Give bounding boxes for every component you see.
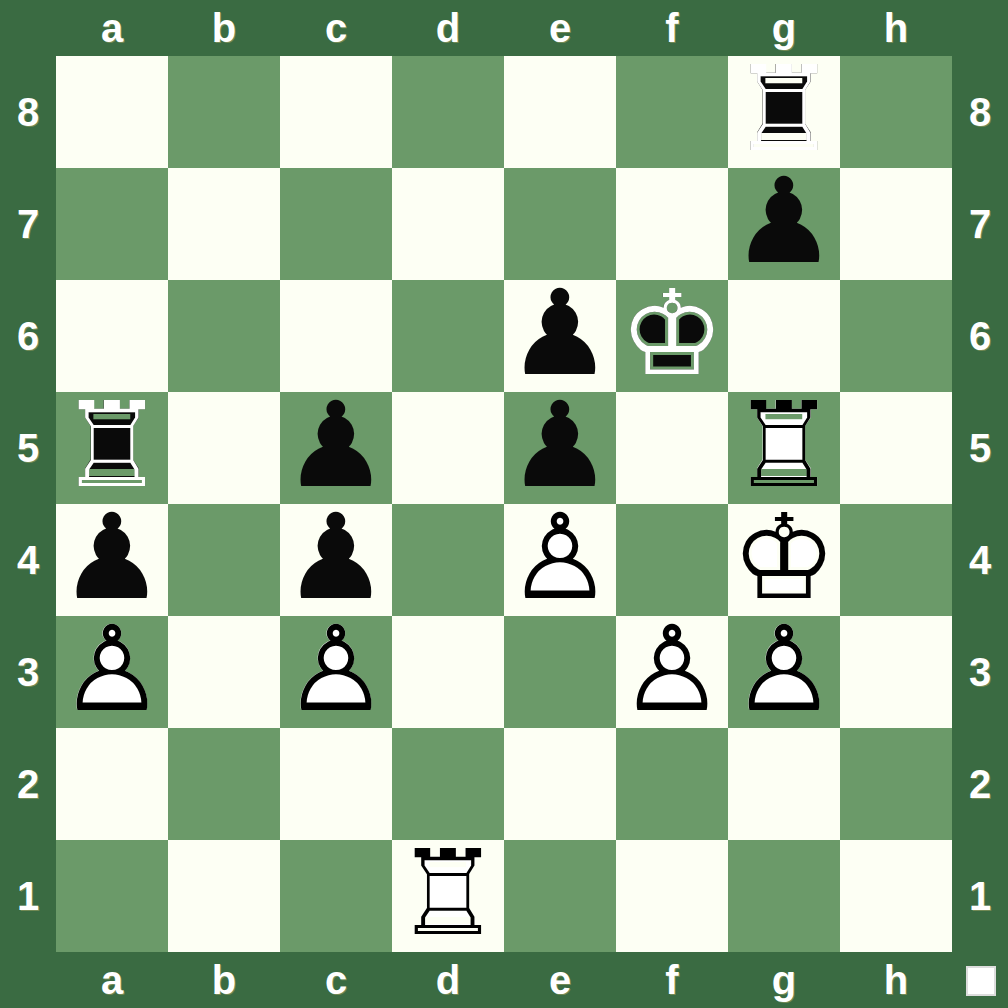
square-a1[interactable]	[56, 840, 168, 952]
file-label-e-top: e	[504, 0, 616, 56]
white-pawn-outline-glyph: ♙	[728, 613, 840, 725]
piece-white-king[interactable]: ♚♔	[728, 501, 840, 613]
board-frame: ♜♖♟♟♚♔♜♖♟♟♜♖♟♟♟♙♚♔♟♙♟♙♟♙♟♙♜♖ aabbccddeef…	[0, 0, 1008, 1008]
square-e1[interactable]	[504, 840, 616, 952]
file-label-c-bottom: c	[280, 952, 392, 1008]
rank-label-1-left: 1	[0, 840, 56, 952]
square-f8[interactable]	[616, 56, 728, 168]
black-rook-outline-glyph: ♖	[56, 389, 168, 501]
piece-white-pawn[interactable]: ♟♙	[504, 501, 616, 613]
rank-label-4-left: 4	[0, 504, 56, 616]
file-label-a-bottom: a	[56, 952, 168, 1008]
square-a2[interactable]	[56, 728, 168, 840]
rank-label-8-left: 8	[0, 56, 56, 168]
square-f6[interactable]: ♚♔	[616, 280, 728, 392]
rank-label-4-right: 4	[952, 504, 1008, 616]
square-a7[interactable]	[56, 168, 168, 280]
file-label-g-top: g	[728, 0, 840, 56]
square-d3[interactable]	[392, 616, 504, 728]
square-e3[interactable]	[504, 616, 616, 728]
square-c1[interactable]	[280, 840, 392, 952]
black-rook-outline-glyph: ♖	[728, 53, 840, 165]
black-pawn-fill-glyph: ♟	[280, 501, 392, 613]
piece-black-pawn[interactable]: ♟	[280, 501, 392, 613]
black-pawn-fill-glyph: ♟	[280, 389, 392, 501]
square-h1[interactable]	[840, 840, 952, 952]
square-g3[interactable]: ♟♙	[728, 616, 840, 728]
piece-black-king[interactable]: ♚♔	[616, 277, 728, 389]
black-pawn-fill-glyph: ♟	[504, 389, 616, 501]
square-h6[interactable]	[840, 280, 952, 392]
square-c3[interactable]: ♟♙	[280, 616, 392, 728]
square-e8[interactable]	[504, 56, 616, 168]
piece-black-rook[interactable]: ♜♖	[728, 53, 840, 165]
black-king-outline-glyph: ♔	[616, 277, 728, 389]
piece-white-rook[interactable]: ♜♖	[392, 837, 504, 949]
piece-black-rook[interactable]: ♜♖	[56, 389, 168, 501]
square-f3[interactable]: ♟♙	[616, 616, 728, 728]
square-h4[interactable]	[840, 504, 952, 616]
file-label-b-top: b	[168, 0, 280, 56]
square-b5[interactable]	[168, 392, 280, 504]
white-pawn-outline-glyph: ♙	[56, 613, 168, 725]
piece-black-pawn[interactable]: ♟	[504, 389, 616, 501]
file-label-c-top: c	[280, 0, 392, 56]
file-label-d-top: d	[392, 0, 504, 56]
piece-white-pawn[interactable]: ♟♙	[280, 613, 392, 725]
square-f5[interactable]	[616, 392, 728, 504]
piece-black-pawn[interactable]: ♟	[56, 501, 168, 613]
square-h3[interactable]	[840, 616, 952, 728]
square-e4[interactable]: ♟♙	[504, 504, 616, 616]
square-a3[interactable]: ♟♙	[56, 616, 168, 728]
square-e2[interactable]	[504, 728, 616, 840]
piece-black-pawn[interactable]: ♟	[280, 389, 392, 501]
square-b7[interactable]	[168, 168, 280, 280]
white-king-outline-glyph: ♔	[728, 501, 840, 613]
square-b2[interactable]	[168, 728, 280, 840]
square-a8[interactable]	[56, 56, 168, 168]
piece-white-pawn[interactable]: ♟♙	[56, 613, 168, 725]
square-h8[interactable]	[840, 56, 952, 168]
square-g2[interactable]	[728, 728, 840, 840]
square-d6[interactable]	[392, 280, 504, 392]
rank-label-6-right: 6	[952, 280, 1008, 392]
rank-label-7-right: 7	[952, 168, 1008, 280]
square-g1[interactable]	[728, 840, 840, 952]
piece-black-pawn[interactable]: ♟	[504, 277, 616, 389]
square-d5[interactable]	[392, 392, 504, 504]
square-b3[interactable]	[168, 616, 280, 728]
rank-label-5-left: 5	[0, 392, 56, 504]
piece-white-pawn[interactable]: ♟♙	[728, 613, 840, 725]
file-label-f-bottom: f	[616, 952, 728, 1008]
rank-label-3-left: 3	[0, 616, 56, 728]
rank-label-7-left: 7	[0, 168, 56, 280]
rank-label-6-left: 6	[0, 280, 56, 392]
square-f2[interactable]	[616, 728, 728, 840]
piece-black-pawn[interactable]: ♟	[728, 165, 840, 277]
file-label-b-bottom: b	[168, 952, 280, 1008]
square-d8[interactable]	[392, 56, 504, 168]
rank-label-2-left: 2	[0, 728, 56, 840]
square-g7[interactable]: ♟	[728, 168, 840, 280]
white-rook-outline-glyph: ♖	[392, 837, 504, 949]
file-label-h-top: h	[840, 0, 952, 56]
square-d7[interactable]	[392, 168, 504, 280]
file-label-h-bottom: h	[840, 952, 952, 1008]
file-label-d-bottom: d	[392, 952, 504, 1008]
square-b4[interactable]	[168, 504, 280, 616]
file-label-e-bottom: e	[504, 952, 616, 1008]
square-b1[interactable]	[168, 840, 280, 952]
rank-label-5-right: 5	[952, 392, 1008, 504]
black-pawn-fill-glyph: ♟	[56, 501, 168, 613]
square-h2[interactable]	[840, 728, 952, 840]
square-h5[interactable]	[840, 392, 952, 504]
square-h7[interactable]	[840, 168, 952, 280]
white-pawn-outline-glyph: ♙	[616, 613, 728, 725]
file-label-a-top: a	[56, 0, 168, 56]
white-rook-outline-glyph: ♖	[728, 389, 840, 501]
black-pawn-fill-glyph: ♟	[728, 165, 840, 277]
square-d1[interactable]: ♜♖	[392, 840, 504, 952]
square-f1[interactable]	[616, 840, 728, 952]
file-label-f-top: f	[616, 0, 728, 56]
file-label-g-bottom: g	[728, 952, 840, 1008]
square-b8[interactable]	[168, 56, 280, 168]
piece-white-pawn[interactable]: ♟♙	[616, 613, 728, 725]
white-pawn-outline-glyph: ♙	[280, 613, 392, 725]
black-pawn-fill-glyph: ♟	[504, 277, 616, 389]
white-pawn-outline-glyph: ♙	[504, 501, 616, 613]
square-c8[interactable]	[280, 56, 392, 168]
piece-white-rook[interactable]: ♜♖	[728, 389, 840, 501]
square-b6[interactable]	[168, 280, 280, 392]
rank-label-2-right: 2	[952, 728, 1008, 840]
square-c7[interactable]	[280, 168, 392, 280]
square-d4[interactable]	[392, 504, 504, 616]
white-to-move-indicator	[966, 966, 996, 996]
square-c2[interactable]	[280, 728, 392, 840]
chess-board: ♜♖♟♟♚♔♜♖♟♟♜♖♟♟♟♙♚♔♟♙♟♙♟♙♟♙♜♖	[56, 56, 952, 952]
rank-label-3-right: 3	[952, 616, 1008, 728]
rank-label-8-right: 8	[952, 56, 1008, 168]
rank-label-1-right: 1	[952, 840, 1008, 952]
